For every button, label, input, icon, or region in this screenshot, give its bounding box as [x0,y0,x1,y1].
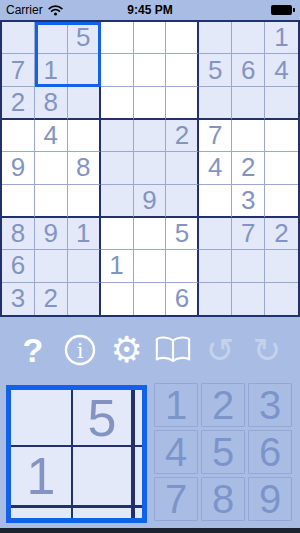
redo-icon[interactable]: ↻ [248,331,286,369]
cell-r6c8[interactable]: 3 [232,185,265,218]
cell-r1c8[interactable] [232,22,265,54]
numpad-button-9[interactable]: 9 [248,477,292,521]
help-icon[interactable]: ? [14,331,52,369]
cell-r4c3[interactable] [68,120,101,152]
cell-r2c9[interactable]: 4 [265,54,298,86]
cell-r1c4[interactable] [101,22,134,54]
numpad-button-7[interactable]: 7 [154,477,198,521]
cell-r7c5[interactable] [134,218,167,250]
sudoku-board-frame: 51715642842798429389157261326 [0,20,300,317]
cell-r8c8[interactable] [232,250,265,282]
cell-r4c5[interactable] [134,120,167,152]
cell-r5c8[interactable]: 2 [232,152,265,184]
cell-r9c4[interactable] [101,283,134,315]
cell-r5c9[interactable] [265,152,298,184]
cell-r8c3[interactable] [68,250,101,282]
cell-r2c4[interactable] [101,54,134,86]
cell-r1c7[interactable] [199,22,232,54]
cell-r3c7[interactable] [199,87,232,120]
cell-r5c5[interactable] [134,152,167,184]
cell-r6c4[interactable] [101,185,134,218]
cell-r2c1[interactable]: 7 [2,54,35,86]
cell-r7c9[interactable]: 2 [265,218,298,250]
cell-r2c6[interactable] [166,54,199,86]
numpad-button-8[interactable]: 8 [201,477,245,521]
cell-r3c1[interactable]: 2 [2,87,35,120]
number-pad: 123456789 [154,383,292,521]
numpad-button-5[interactable]: 5 [201,430,245,474]
screen-bottom-edge [0,528,300,533]
cell-r6c2[interactable] [35,185,68,218]
cell-r1c2[interactable] [35,22,68,54]
status-bar: Carrier 9:45 PM [0,0,300,20]
magnifier-view[interactable]: 5 1 [6,385,147,523]
cell-r2c8[interactable]: 6 [232,54,265,86]
numpad-button-2[interactable]: 2 [201,383,245,427]
cell-r9c1[interactable]: 3 [2,283,35,315]
cell-r6c5[interactable]: 9 [134,185,167,218]
cell-r9c5[interactable] [134,283,167,315]
cell-r8c6[interactable] [166,250,199,282]
cell-r9c3[interactable] [68,283,101,315]
settings-icon[interactable]: ⚙ [108,331,146,369]
cell-r6c7[interactable] [199,185,232,218]
numpad-button-6[interactable]: 6 [248,430,292,474]
cell-r4c7[interactable]: 7 [199,120,232,152]
cell-r7c2[interactable]: 9 [35,218,68,250]
cell-r6c1[interactable] [2,185,35,218]
cell-r3c8[interactable] [232,87,265,120]
cell-r7c4[interactable] [101,218,134,250]
cell-r7c7[interactable] [199,218,232,250]
sudoku-board[interactable]: 51715642842798429389157261326 [2,22,298,315]
cell-r8c7[interactable] [199,250,232,282]
cell-r1c3[interactable]: 5 [68,22,101,54]
cell-r7c8[interactable]: 7 [232,218,265,250]
cell-r9c7[interactable] [199,283,232,315]
magnifier-grid-line [11,445,142,447]
cell-r4c8[interactable] [232,120,265,152]
cell-r4c6[interactable]: 2 [166,120,199,152]
magnifier-grid-line [71,390,73,518]
info-icon[interactable]: i [61,331,99,369]
numpad-button-3[interactable]: 3 [248,383,292,427]
numpad-button-4[interactable]: 4 [154,430,198,474]
cell-r5c2[interactable] [35,152,68,184]
battery-icon [271,5,295,15]
cell-r3c5[interactable] [134,87,167,120]
cell-r3c9[interactable] [265,87,298,120]
cell-r2c7[interactable]: 5 [199,54,232,86]
cell-r2c5[interactable] [134,54,167,86]
undo-icon[interactable]: ↺ [201,331,239,369]
magnifier-cell-r2c3[interactable] [73,447,131,505]
cell-r6c3[interactable] [68,185,101,218]
magnifier-cell-r2c2[interactable]: 1 [11,447,71,505]
cell-r6c9[interactable] [265,185,298,218]
cell-r8c9[interactable] [265,250,298,282]
magnifier-box-line [11,505,142,508]
cell-r5c1[interactable]: 9 [2,152,35,184]
cell-r4c4[interactable] [101,120,134,152]
cell-r8c4[interactable]: 1 [101,250,134,282]
cell-r3c6[interactable] [166,87,199,120]
book-icon[interactable] [154,331,192,369]
cell-r7c3[interactable]: 1 [68,218,101,250]
cell-r1c9[interactable]: 1 [265,22,298,54]
cell-r5c6[interactable] [166,152,199,184]
clock: 9:45 PM [0,3,300,17]
numpad-button-1[interactable]: 1 [154,383,198,427]
svg-text:i: i [76,339,83,363]
cell-r3c4[interactable] [101,87,134,120]
cell-r7c1[interactable]: 8 [2,218,35,250]
cell-r3c3[interactable] [68,87,101,120]
cell-r8c2[interactable] [35,250,68,282]
cell-r2c2[interactable]: 1 [35,54,68,86]
cell-r8c1[interactable]: 6 [2,250,35,282]
cell-r1c6[interactable] [166,22,199,54]
cell-r2c3[interactable] [68,54,101,86]
cell-r9c2[interactable]: 2 [35,283,68,315]
cell-r4c2[interactable]: 4 [35,120,68,152]
cell-r9c8[interactable] [232,283,265,315]
cell-r9c6[interactable]: 6 [166,283,199,315]
magnifier-cell-r1c2[interactable] [11,390,71,445]
cell-r8c5[interactable] [134,250,167,282]
cell-r6c6[interactable] [166,185,199,218]
cell-r4c1[interactable] [2,120,35,152]
cell-r3c2[interactable]: 8 [35,87,68,120]
cell-r4c9[interactable] [265,120,298,152]
cell-r1c5[interactable] [134,22,167,54]
magnifier-cell-r1c3[interactable]: 5 [73,390,131,445]
cell-r7c6[interactable]: 5 [166,218,199,250]
cell-r5c4[interactable] [101,152,134,184]
cell-r1c1[interactable] [2,22,35,54]
toolbar: ? i ⚙ ↺ ↻ [0,317,300,383]
cell-r9c9[interactable] [265,283,298,315]
cell-r5c3[interactable]: 8 [68,152,101,184]
cell-r5c7[interactable]: 4 [199,152,232,184]
magnifier-box-line [131,390,135,518]
